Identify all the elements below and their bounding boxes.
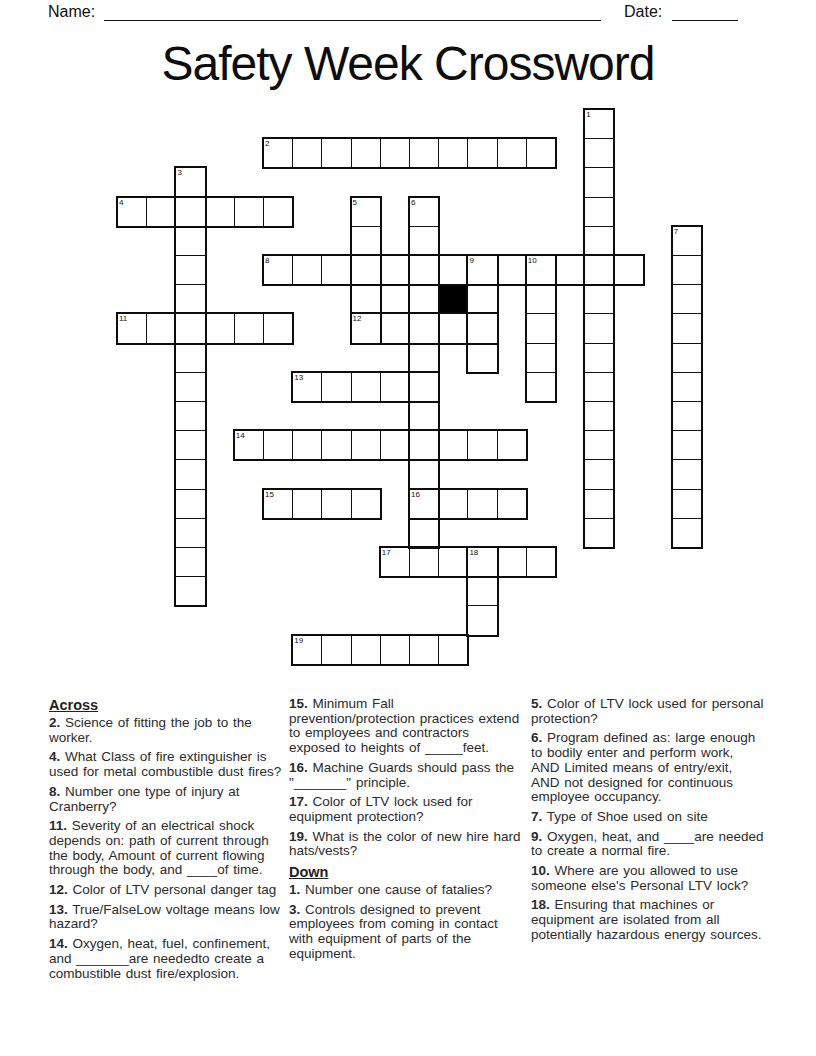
grid-cell[interactable] xyxy=(526,372,556,402)
grid-cell[interactable] xyxy=(409,226,439,256)
grid-cell[interactable] xyxy=(351,430,381,460)
grid-cell[interactable] xyxy=(175,372,205,402)
clue-num-label: 13. xyxy=(49,902,68,917)
grid-cell[interactable] xyxy=(234,197,264,227)
clue-num-label: 1. xyxy=(289,882,300,897)
grid-cell[interactable] xyxy=(175,576,205,606)
grid-cell[interactable] xyxy=(438,138,468,168)
grid-cell[interactable] xyxy=(467,547,497,577)
grid-cell[interactable] xyxy=(409,343,439,373)
grid-cell[interactable] xyxy=(584,518,614,548)
grid-cell[interactable] xyxy=(175,489,205,519)
grid-cell[interactable] xyxy=(146,313,176,343)
clue-d10: 10. Where are you allowed to use someone… xyxy=(531,864,764,893)
clue-num-label: 6. xyxy=(531,730,542,745)
grid-cell[interactable] xyxy=(409,313,439,343)
grid-cell[interactable] xyxy=(263,255,293,285)
grid-cell[interactable] xyxy=(263,138,293,168)
clue-num-label: 4. xyxy=(49,749,60,764)
grid-cell[interactable] xyxy=(409,430,439,460)
grid-cell[interactable] xyxy=(175,401,205,431)
grid-cell[interactable] xyxy=(584,489,614,519)
grid-cell[interactable] xyxy=(584,401,614,431)
grid-cell[interactable] xyxy=(263,430,293,460)
grid-cell[interactable] xyxy=(526,343,556,373)
grid-cell[interactable] xyxy=(380,138,410,168)
grid-cell[interactable] xyxy=(497,138,527,168)
grid-cell[interactable] xyxy=(175,430,205,460)
grid-cell[interactable] xyxy=(292,489,322,519)
grid-cell[interactable] xyxy=(672,284,702,314)
clue-a4: 4. What Class of fire extinguisher is us… xyxy=(49,750,282,779)
grid-cell[interactable] xyxy=(321,138,351,168)
page-title: Safety Week Crossword xyxy=(0,36,816,91)
grid-cell[interactable] xyxy=(526,547,556,577)
clue-a16: 16. Machine Guards should pass the "____… xyxy=(289,761,522,790)
grid-cell[interactable] xyxy=(117,313,147,343)
grid-cell[interactable] xyxy=(175,197,205,227)
clue-column-3: 5. Color of LTV lock used for personal p… xyxy=(531,697,764,948)
clue-d5: 5. Color of LTV lock used for personal p… xyxy=(531,697,764,726)
grid-cell[interactable] xyxy=(351,226,381,256)
grid-cell[interactable] xyxy=(321,430,351,460)
grid-cell[interactable] xyxy=(409,372,439,402)
grid-cell[interactable] xyxy=(380,372,410,402)
grid-cell[interactable] xyxy=(584,459,614,489)
clue-num-label: 18. xyxy=(531,897,550,912)
grid-cell[interactable] xyxy=(672,372,702,402)
grid-cell[interactable] xyxy=(292,430,322,460)
clue-num-label: 3. xyxy=(289,902,300,917)
grid-cell[interactable] xyxy=(467,430,497,460)
grid-cell[interactable] xyxy=(234,313,264,343)
grid-cell[interactable] xyxy=(555,255,585,285)
grid-cell[interactable] xyxy=(526,284,556,314)
grid-cell[interactable] xyxy=(175,313,205,343)
grid-cell[interactable] xyxy=(321,255,351,285)
grid-cell[interactable] xyxy=(175,518,205,548)
clue-column-1: Across2. Science of fitting the job to t… xyxy=(49,697,282,986)
clue-a2: 2. Science of fitting the job to the wor… xyxy=(49,716,282,745)
date-input-line[interactable] xyxy=(672,20,738,21)
grid-cell[interactable] xyxy=(351,255,381,285)
grid-cell[interactable] xyxy=(380,430,410,460)
clue-d7: 7. Type of Shoe used on site xyxy=(531,810,764,825)
grid-cell[interactable] xyxy=(584,167,614,197)
grid-cell[interactable] xyxy=(175,167,205,197)
name-input-line[interactable] xyxy=(104,20,601,21)
grid-cell[interactable] xyxy=(380,255,410,285)
grid-cell[interactable] xyxy=(409,518,439,548)
clue-a8: 8. Number one type of injury at Cranberr… xyxy=(49,785,282,814)
clue-num-label: 2. xyxy=(49,715,60,730)
clue-d1: 1. Number one cause of fatalies? xyxy=(289,883,522,898)
grid-cell[interactable] xyxy=(497,255,527,285)
grid-cell[interactable] xyxy=(351,138,381,168)
grid-cell[interactable] xyxy=(380,635,410,665)
grid-cell[interactable] xyxy=(263,197,293,227)
grid-cell[interactable] xyxy=(175,226,205,256)
grid-cell[interactable] xyxy=(497,430,527,460)
grid-cell[interactable] xyxy=(497,489,527,519)
grid-cell[interactable] xyxy=(292,372,322,402)
grid-cell[interactable] xyxy=(584,197,614,227)
grid-cell[interactable] xyxy=(263,313,293,343)
grid-cell[interactable] xyxy=(672,518,702,548)
grid-cell[interactable] xyxy=(584,138,614,168)
grid-cell[interactable] xyxy=(351,284,381,314)
grid-cell[interactable] xyxy=(584,109,614,139)
grid-cell[interactable] xyxy=(321,372,351,402)
clue-a17: 17. Color of LTV lock used for equipment… xyxy=(289,795,522,824)
grid-cell[interactable] xyxy=(205,313,235,343)
grid-cell[interactable] xyxy=(584,284,614,314)
grid-cell[interactable] xyxy=(409,459,439,489)
clue-num-label: 12. xyxy=(49,882,68,897)
grid-cell[interactable] xyxy=(438,635,468,665)
black-cell xyxy=(438,284,468,314)
grid-cell[interactable] xyxy=(467,576,497,606)
grid-cell[interactable] xyxy=(175,284,205,314)
grid-cell[interactable] xyxy=(321,635,351,665)
grid-cell[interactable] xyxy=(263,489,293,519)
grid-cell[interactable] xyxy=(526,255,556,285)
name-label: Name: xyxy=(48,3,95,21)
grid-cell[interactable] xyxy=(584,313,614,343)
crossword-grid: 24811121314151617191356791018 xyxy=(117,109,703,666)
grid-cell[interactable] xyxy=(526,313,556,343)
grid-cell[interactable] xyxy=(467,284,497,314)
grid-cell[interactable] xyxy=(584,255,614,285)
grid-cell[interactable] xyxy=(672,430,702,460)
grid-cell[interactable] xyxy=(292,635,322,665)
clue-num-label: 8. xyxy=(49,784,60,799)
grid-cell[interactable] xyxy=(584,343,614,373)
grid-cell[interactable] xyxy=(351,197,381,227)
date-label: Date: xyxy=(624,3,662,21)
grid-cell[interactable] xyxy=(467,313,497,343)
clue-d9: 9. Oxygen, heat, and ____are needed to c… xyxy=(531,830,764,859)
clue-a11: 11. Severity of an electrical shock depe… xyxy=(49,819,282,878)
grid-cell[interactable] xyxy=(380,313,410,343)
grid-cell[interactable] xyxy=(409,547,439,577)
grid-cell[interactable] xyxy=(438,255,468,285)
clue-d3: 3. Controls designed to prevent employee… xyxy=(289,903,522,962)
grid-cell[interactable] xyxy=(205,197,235,227)
grid-cell[interactable] xyxy=(409,284,439,314)
grid-cell[interactable] xyxy=(438,547,468,577)
grid-cell[interactable] xyxy=(467,138,497,168)
grid-cell[interactable] xyxy=(467,255,497,285)
clue-num-label: 16. xyxy=(289,760,308,775)
clue-d6: 6. Program defined as: large enough to b… xyxy=(531,731,764,805)
grid-cell[interactable] xyxy=(175,547,205,577)
grid-cell[interactable] xyxy=(351,372,381,402)
grid-cell[interactable] xyxy=(175,255,205,285)
grid-cell[interactable] xyxy=(409,635,439,665)
worksheet-page: Name: Date: Safety Week Crossword 248111… xyxy=(0,0,816,1056)
grid-cell[interactable] xyxy=(409,489,439,519)
grid-cell[interactable] xyxy=(672,459,702,489)
clue-column-2: 15. Minimum Fall prevention/protection p… xyxy=(289,697,522,967)
clue-a13: 13. True/FalseLow voltage means low haza… xyxy=(49,903,282,932)
grid-cell[interactable] xyxy=(380,547,410,577)
grid-cell[interactable] xyxy=(584,430,614,460)
clue-num-label: 7. xyxy=(531,809,542,824)
grid-cell[interactable] xyxy=(351,489,381,519)
grid-cell[interactable] xyxy=(613,255,643,285)
grid-cell[interactable] xyxy=(497,547,527,577)
grid-cell[interactable] xyxy=(351,635,381,665)
grid-cell[interactable] xyxy=(117,197,147,227)
grid-cell[interactable] xyxy=(672,313,702,343)
clue-d18: 18. Ensuring that machines or equipment … xyxy=(531,898,764,942)
grid-cell[interactable] xyxy=(467,489,497,519)
grid-cell[interactable] xyxy=(175,459,205,489)
grid-cell[interactable] xyxy=(672,401,702,431)
grid-cell[interactable] xyxy=(584,372,614,402)
grid-cell[interactable] xyxy=(409,401,439,431)
clue-num-label: 15. xyxy=(289,696,308,711)
clue-a12: 12. Color of LTV personal danger tag xyxy=(49,883,282,898)
grid-cell[interactable] xyxy=(146,197,176,227)
clue-num-label: 14. xyxy=(49,936,68,951)
grid-cell[interactable] xyxy=(351,313,381,343)
grid-cell[interactable] xyxy=(409,255,439,285)
grid-cell[interactable] xyxy=(467,343,497,373)
grid-cell[interactable] xyxy=(672,343,702,373)
clue-num-label: 19. xyxy=(289,829,308,844)
grid-cell[interactable] xyxy=(467,605,497,635)
clue-a19: 19. What is the color of new hire hard h… xyxy=(289,830,522,859)
grid-cell[interactable] xyxy=(234,430,264,460)
grid-cell[interactable] xyxy=(672,489,702,519)
grid-cell[interactable] xyxy=(584,226,614,256)
across-header: Across xyxy=(49,697,282,713)
grid-cell[interactable] xyxy=(175,343,205,373)
grid-cell[interactable] xyxy=(292,138,322,168)
grid-cell[interactable] xyxy=(292,255,322,285)
grid-cell[interactable] xyxy=(438,313,468,343)
grid-cell[interactable] xyxy=(526,138,556,168)
grid-cell[interactable] xyxy=(321,489,351,519)
grid-cell[interactable] xyxy=(672,255,702,285)
grid-cell[interactable] xyxy=(409,138,439,168)
clue-num-label: 10. xyxy=(531,863,550,878)
grid-cell[interactable] xyxy=(438,489,468,519)
grid-cell[interactable] xyxy=(438,430,468,460)
grid-cell[interactable] xyxy=(409,197,439,227)
clue-num-label: 11. xyxy=(49,818,67,833)
grid-cell[interactable] xyxy=(672,226,702,256)
clue-a14: 14. Oxygen, heat, fuel, confinement, and… xyxy=(49,937,282,981)
down-header: Down xyxy=(289,864,522,880)
clue-a15: 15. Minimum Fall prevention/protection p… xyxy=(289,697,522,756)
clue-num-label: 5. xyxy=(531,696,542,711)
clue-num-label: 17. xyxy=(289,794,308,809)
clue-num-label: 9. xyxy=(531,829,542,844)
